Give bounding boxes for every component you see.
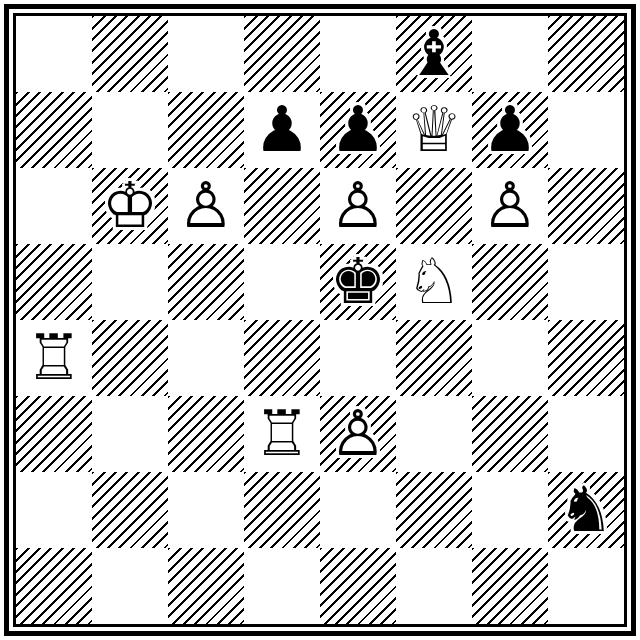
black-knight: ♞ bbox=[548, 472, 624, 548]
square-g1[interactable] bbox=[472, 548, 548, 624]
square-a6[interactable] bbox=[16, 168, 92, 244]
white-knight: ♞♘ bbox=[396, 244, 472, 320]
square-d2[interactable] bbox=[244, 472, 320, 548]
square-g8[interactable] bbox=[472, 16, 548, 92]
piece-outline: ♘ bbox=[396, 244, 472, 320]
piece-glyph: ♝ bbox=[396, 16, 472, 92]
square-e7[interactable]: ♟ bbox=[320, 92, 396, 168]
square-h8[interactable] bbox=[548, 16, 624, 92]
piece-body-fill: ♛ bbox=[396, 92, 472, 168]
piece-outline: ♕ bbox=[396, 92, 472, 168]
square-f7[interactable]: ♛♕ bbox=[396, 92, 472, 168]
square-f1[interactable] bbox=[396, 548, 472, 624]
white-king: ♚♔ bbox=[92, 168, 168, 244]
square-g2[interactable] bbox=[472, 472, 548, 548]
square-g5[interactable] bbox=[472, 244, 548, 320]
piece-outline: ♙ bbox=[320, 396, 396, 472]
square-b5[interactable] bbox=[92, 244, 168, 320]
square-e6[interactable]: ♟♙ bbox=[320, 168, 396, 244]
piece-glyph: ♞ bbox=[548, 472, 624, 548]
square-h1[interactable] bbox=[548, 548, 624, 624]
square-c5[interactable] bbox=[168, 244, 244, 320]
square-e3[interactable]: ♟♙ bbox=[320, 396, 396, 472]
piece-body-fill: ♜ bbox=[16, 320, 92, 396]
square-f4[interactable] bbox=[396, 320, 472, 396]
square-a1[interactable] bbox=[16, 548, 92, 624]
square-d1[interactable] bbox=[244, 548, 320, 624]
chess-diagram: ♝♟♟♛♕♟♚♔♟♙♟♙♟♙♚♞♘♜♖♜♖♟♙♞ bbox=[0, 0, 640, 640]
square-h4[interactable] bbox=[548, 320, 624, 396]
piece-glyph: ♚ bbox=[320, 244, 396, 320]
square-h5[interactable] bbox=[548, 244, 624, 320]
square-b2[interactable] bbox=[92, 472, 168, 548]
piece-outline: ♖ bbox=[16, 320, 92, 396]
square-c4[interactable] bbox=[168, 320, 244, 396]
square-a4[interactable]: ♜♖ bbox=[16, 320, 92, 396]
piece-glyph: ♟ bbox=[244, 92, 320, 168]
square-f8[interactable]: ♝ bbox=[396, 16, 472, 92]
square-e4[interactable] bbox=[320, 320, 396, 396]
piece-outline: ♙ bbox=[320, 168, 396, 244]
piece-body-fill: ♟ bbox=[320, 168, 396, 244]
square-b6[interactable]: ♚♔ bbox=[92, 168, 168, 244]
square-f2[interactable] bbox=[396, 472, 472, 548]
piece-glyph: ♟ bbox=[320, 92, 396, 168]
square-a8[interactable] bbox=[16, 16, 92, 92]
square-f6[interactable] bbox=[396, 168, 472, 244]
white-pawn: ♟♙ bbox=[472, 168, 548, 244]
white-pawn: ♟♙ bbox=[320, 396, 396, 472]
square-c8[interactable] bbox=[168, 16, 244, 92]
square-c2[interactable] bbox=[168, 472, 244, 548]
square-d8[interactable] bbox=[244, 16, 320, 92]
square-b4[interactable] bbox=[92, 320, 168, 396]
black-pawn: ♟ bbox=[320, 92, 396, 168]
square-d7[interactable]: ♟ bbox=[244, 92, 320, 168]
square-g4[interactable] bbox=[472, 320, 548, 396]
square-a3[interactable] bbox=[16, 396, 92, 472]
square-c6[interactable]: ♟♙ bbox=[168, 168, 244, 244]
white-queen: ♛♕ bbox=[396, 92, 472, 168]
black-pawn: ♟ bbox=[472, 92, 548, 168]
square-a2[interactable] bbox=[16, 472, 92, 548]
square-e8[interactable] bbox=[320, 16, 396, 92]
square-b1[interactable] bbox=[92, 548, 168, 624]
square-b3[interactable] bbox=[92, 396, 168, 472]
white-rook: ♜♖ bbox=[244, 396, 320, 472]
piece-body-fill: ♚ bbox=[92, 168, 168, 244]
square-e1[interactable] bbox=[320, 548, 396, 624]
square-g3[interactable] bbox=[472, 396, 548, 472]
black-bishop: ♝ bbox=[396, 16, 472, 92]
square-b8[interactable] bbox=[92, 16, 168, 92]
piece-body-fill: ♟ bbox=[320, 396, 396, 472]
square-d6[interactable] bbox=[244, 168, 320, 244]
square-e5[interactable]: ♚ bbox=[320, 244, 396, 320]
square-b7[interactable] bbox=[92, 92, 168, 168]
black-pawn: ♟ bbox=[244, 92, 320, 168]
piece-outline: ♙ bbox=[472, 168, 548, 244]
square-f5[interactable]: ♞♘ bbox=[396, 244, 472, 320]
piece-outline: ♖ bbox=[244, 396, 320, 472]
square-d5[interactable] bbox=[244, 244, 320, 320]
square-a7[interactable] bbox=[16, 92, 92, 168]
white-pawn: ♟♙ bbox=[168, 168, 244, 244]
black-king: ♚ bbox=[320, 244, 396, 320]
square-g6[interactable]: ♟♙ bbox=[472, 168, 548, 244]
square-a5[interactable] bbox=[16, 244, 92, 320]
square-e2[interactable] bbox=[320, 472, 396, 548]
square-d4[interactable] bbox=[244, 320, 320, 396]
piece-outline: ♔ bbox=[92, 168, 168, 244]
piece-outline: ♙ bbox=[168, 168, 244, 244]
square-d3[interactable]: ♜♖ bbox=[244, 396, 320, 472]
square-c7[interactable] bbox=[168, 92, 244, 168]
white-rook: ♜♖ bbox=[16, 320, 92, 396]
square-c3[interactable] bbox=[168, 396, 244, 472]
square-h3[interactable] bbox=[548, 396, 624, 472]
square-g7[interactable]: ♟ bbox=[472, 92, 548, 168]
square-h6[interactable] bbox=[548, 168, 624, 244]
piece-body-fill: ♟ bbox=[472, 168, 548, 244]
square-h7[interactable] bbox=[548, 92, 624, 168]
piece-body-fill: ♞ bbox=[396, 244, 472, 320]
chess-board: ♝♟♟♛♕♟♚♔♟♙♟♙♟♙♚♞♘♜♖♜♖♟♙♞ bbox=[16, 16, 624, 624]
piece-body-fill: ♜ bbox=[244, 396, 320, 472]
piece-glyph: ♟ bbox=[472, 92, 548, 168]
square-f3[interactable] bbox=[396, 396, 472, 472]
white-pawn: ♟♙ bbox=[320, 168, 396, 244]
piece-body-fill: ♟ bbox=[168, 168, 244, 244]
square-h2[interactable]: ♞ bbox=[548, 472, 624, 548]
square-c1[interactable] bbox=[168, 548, 244, 624]
